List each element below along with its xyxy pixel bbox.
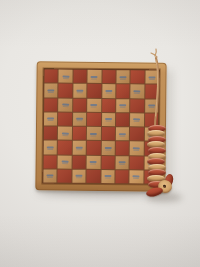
board-square (116, 84, 130, 97)
makers-stamp (61, 161, 68, 163)
makers-stamp (47, 118, 54, 120)
makers-stamp (104, 147, 111, 149)
board-square (102, 84, 116, 97)
board-square (73, 98, 87, 111)
board-square (130, 99, 144, 112)
makers-stamp (148, 105, 155, 107)
board-square (115, 156, 129, 169)
board-square (58, 155, 72, 168)
makers-stamp (133, 176, 140, 178)
board-square (87, 84, 101, 97)
board-square (59, 70, 73, 83)
board-square (145, 99, 159, 112)
makers-stamp (47, 175, 54, 177)
makers-stamp (134, 90, 141, 92)
board-square (72, 169, 86, 182)
board-square (44, 84, 58, 97)
board-square (59, 84, 73, 97)
makers-stamp (48, 89, 55, 91)
board-square (130, 113, 144, 126)
board-square (87, 113, 101, 126)
makers-stamp (47, 146, 54, 148)
board-square (116, 127, 130, 140)
makers-stamp (104, 175, 111, 177)
board-square (59, 98, 73, 111)
board-square (87, 155, 101, 168)
board-square (44, 126, 58, 139)
board-frame (42, 68, 159, 184)
makers-stamp (62, 104, 69, 106)
board-square (102, 113, 116, 126)
board-square (145, 85, 159, 98)
makers-stamp (91, 104, 98, 106)
makers-stamp (133, 147, 140, 149)
board-square (115, 170, 129, 183)
board-square (102, 99, 116, 112)
board-square (43, 169, 57, 182)
board-square (73, 70, 87, 83)
board-square (131, 70, 145, 83)
makers-stamp (119, 133, 126, 135)
board-square (58, 169, 72, 182)
board-square (116, 99, 130, 112)
makers-stamp (105, 118, 112, 120)
board-square (145, 70, 159, 83)
board-square (101, 141, 115, 154)
board-square (44, 98, 58, 111)
board-square (116, 70, 130, 83)
checker-piece-stack (146, 126, 166, 188)
board-square (58, 127, 72, 140)
board-square (130, 142, 144, 155)
makers-stamp (61, 132, 68, 134)
board-grid (43, 69, 158, 183)
board-square (73, 84, 87, 97)
cord-frayed-end (151, 49, 157, 57)
makers-stamp (90, 133, 97, 135)
makers-stamp (148, 76, 155, 78)
board-square (73, 127, 87, 140)
makers-stamp (119, 161, 126, 163)
board-square (101, 127, 115, 140)
makers-stamp (62, 75, 69, 77)
board-square (88, 70, 102, 83)
board-square (130, 170, 144, 183)
board-square (101, 156, 115, 169)
board-square (116, 113, 130, 126)
board-square (72, 141, 86, 154)
board-square (87, 141, 101, 154)
board-square (44, 69, 58, 82)
board-square (116, 141, 130, 154)
makers-stamp (105, 90, 112, 92)
board-square (131, 85, 145, 98)
makers-stamp (76, 118, 83, 120)
makers-stamp (76, 90, 83, 92)
board-square (44, 141, 58, 154)
makers-stamp (90, 161, 97, 163)
makers-stamp (76, 147, 83, 149)
board-square (44, 155, 58, 168)
board-square (73, 112, 87, 125)
board-square (130, 127, 144, 140)
photo-scene (0, 0, 200, 267)
board-square (130, 156, 144, 169)
board-square (44, 112, 58, 125)
makers-stamp (120, 76, 127, 78)
board-square (102, 70, 116, 83)
board-square (58, 112, 72, 125)
board-square (87, 170, 101, 183)
makers-stamp (91, 76, 98, 78)
board-square (72, 155, 86, 168)
makers-stamp (75, 175, 82, 177)
board-square (87, 98, 101, 111)
board-square (58, 141, 72, 154)
board-square (101, 170, 115, 183)
board-square (87, 127, 101, 140)
makers-stamp (133, 119, 140, 121)
makers-stamp (119, 104, 126, 106)
